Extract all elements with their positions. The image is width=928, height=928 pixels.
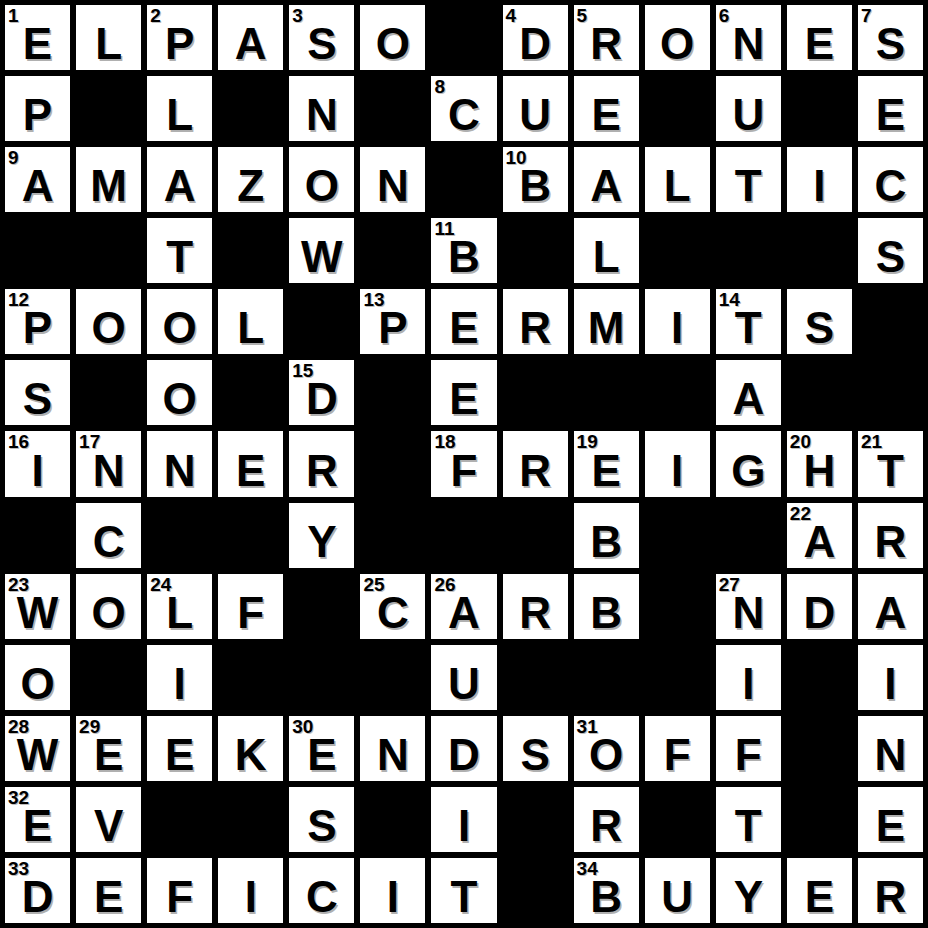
- cell-letter: V: [94, 804, 123, 852]
- cell-letter: B: [590, 875, 622, 923]
- crossword-cell-r7c4[interactable]: E: [215, 428, 286, 499]
- cell-letter: O: [20, 662, 54, 710]
- crossword-cell-r8c13[interactable]: R: [855, 500, 926, 571]
- crossword-cell-r8c2[interactable]: C: [73, 500, 144, 571]
- clue-number: 1: [8, 6, 19, 25]
- cell-letter: C: [448, 93, 480, 141]
- crossword-cell-r2c13[interactable]: E: [855, 73, 926, 144]
- block-cell-r6c13: [855, 357, 926, 428]
- cell-letter: N: [732, 22, 764, 70]
- cell-letter: F: [166, 875, 193, 923]
- block-cell-r13c8: [500, 855, 571, 926]
- cell-letter: P: [165, 22, 194, 70]
- cell-letter: N: [875, 733, 907, 781]
- crossword-cell-r1c11[interactable]: 6N: [713, 2, 784, 73]
- block-cell-r8c11: [713, 500, 784, 571]
- crossword-cell-r7c11[interactable]: G: [713, 428, 784, 499]
- cell-letter: T: [166, 235, 193, 283]
- crossword-cell-r12c13[interactable]: E: [855, 784, 926, 855]
- crossword-cell-r13c9[interactable]: 34B: [571, 855, 642, 926]
- cell-letter: T: [451, 875, 478, 923]
- cell-letter: I: [671, 449, 683, 497]
- cell-letter: O: [589, 733, 623, 781]
- crossword-cell-r5c6[interactable]: 13P: [357, 286, 428, 357]
- crossword-cell-r11c7[interactable]: D: [428, 713, 499, 784]
- block-cell-r10c6: [357, 642, 428, 713]
- cell-letter: F: [664, 733, 691, 781]
- clue-number: 33: [8, 859, 29, 878]
- cell-letter: O: [163, 377, 197, 425]
- cell-letter: A: [732, 377, 764, 425]
- cell-letter: T: [735, 804, 762, 852]
- cell-letter: U: [519, 93, 551, 141]
- clue-number: 26: [434, 575, 455, 594]
- cell-letter: N: [732, 591, 764, 639]
- block-cell-r12c3: [144, 784, 215, 855]
- crossword-cell-r7c7[interactable]: 18F: [428, 428, 499, 499]
- cell-letter: N: [164, 449, 196, 497]
- cell-letter: D: [448, 733, 480, 781]
- crossword-cell-r8c5[interactable]: Y: [286, 500, 357, 571]
- crossword-cell-r1c4[interactable]: A: [215, 2, 286, 73]
- block-cell-r12c10: [642, 784, 713, 855]
- cell-letter: H: [803, 449, 835, 497]
- crossword-cell-r2c3[interactable]: L: [144, 73, 215, 144]
- cell-letter: I: [245, 875, 257, 923]
- clue-number: 34: [577, 859, 598, 878]
- crossword-cell-r7c1[interactable]: 16I: [2, 428, 73, 499]
- cell-letter: B: [590, 591, 622, 639]
- cell-letter: E: [591, 449, 620, 497]
- block-cell-r10c4: [215, 642, 286, 713]
- crossword-cell-r11c5[interactable]: 30E: [286, 713, 357, 784]
- crossword-cell-r2c7[interactable]: 8C: [428, 73, 499, 144]
- cell-letter: S: [23, 377, 52, 425]
- crossword-cell-r13c10[interactable]: U: [642, 855, 713, 926]
- crossword-cell-r7c8[interactable]: R: [500, 428, 571, 499]
- block-cell-r2c6: [357, 73, 428, 144]
- cell-letter: E: [591, 93, 620, 141]
- crossword-cell-r13c12[interactable]: E: [784, 855, 855, 926]
- clue-number: 2: [150, 6, 161, 25]
- crossword-cell-r3c2[interactable]: M: [73, 144, 144, 215]
- cell-letter: A: [164, 164, 196, 212]
- block-cell-r8c8: [500, 500, 571, 571]
- crossword-cell-r1c8[interactable]: 4D: [500, 2, 571, 73]
- crossword-cell-r12c11[interactable]: T: [713, 784, 784, 855]
- cell-letter: A: [235, 22, 267, 70]
- cell-letter: N: [93, 449, 125, 497]
- crossword-cell-r7c5[interactable]: R: [286, 428, 357, 499]
- crossword-cell-r3c1[interactable]: 9A: [2, 144, 73, 215]
- crossword-cell-r5c9[interactable]: M: [571, 286, 642, 357]
- cell-letter: A: [22, 164, 54, 212]
- cell-letter: P: [23, 306, 52, 354]
- clue-number: 3: [292, 6, 303, 25]
- crossword-cell-r8c12[interactable]: 22A: [784, 500, 855, 571]
- block-cell-r10c8: [500, 642, 571, 713]
- cell-letter: A: [590, 164, 622, 212]
- cell-letter: E: [94, 733, 123, 781]
- block-cell-r10c10: [642, 642, 713, 713]
- crossword-cell-r11c11[interactable]: F: [713, 713, 784, 784]
- block-cell-r9c10: [642, 571, 713, 642]
- clue-number: 9: [8, 148, 19, 167]
- cell-letter: I: [671, 306, 683, 354]
- cell-letter: D: [22, 875, 54, 923]
- cell-letter: U: [732, 93, 764, 141]
- cell-letter: D: [306, 377, 338, 425]
- block-cell-r8c10: [642, 500, 713, 571]
- block-cell-r2c4: [215, 73, 286, 144]
- block-cell-r1c7: [428, 2, 499, 73]
- crossword-cell-r13c5[interactable]: C: [286, 855, 357, 926]
- cell-letter: I: [458, 804, 470, 852]
- crossword-cell-r12c2[interactable]: V: [73, 784, 144, 855]
- crossword-cell-r11c6[interactable]: N: [357, 713, 428, 784]
- crossword-cell-r1c3[interactable]: 2P: [144, 2, 215, 73]
- block-cell-r8c4: [215, 500, 286, 571]
- crossword-cell-r3c8[interactable]: 10B: [500, 144, 571, 215]
- cell-letter: E: [449, 306, 478, 354]
- crossword-cell-r1c2[interactable]: L: [73, 2, 144, 73]
- cell-letter: S: [520, 733, 549, 781]
- cell-letter: L: [95, 22, 122, 70]
- crossword-cell-r9c12[interactable]: D: [784, 571, 855, 642]
- crossword-cell-r12c9[interactable]: R: [571, 784, 642, 855]
- crossword-cell-r9c4[interactable]: F: [215, 571, 286, 642]
- crossword-cell-r11c1[interactable]: 28W: [2, 713, 73, 784]
- crossword-cell-r9c13[interactable]: A: [855, 571, 926, 642]
- crossword-cell-r3c13[interactable]: C: [855, 144, 926, 215]
- block-cell-r4c1: [2, 215, 73, 286]
- block-cell-r2c2: [73, 73, 144, 144]
- clue-number: 22: [790, 504, 811, 523]
- block-cell-r3c7: [428, 144, 499, 215]
- crossword-cell-r1c6[interactable]: O: [357, 2, 428, 73]
- block-cell-r10c5: [286, 642, 357, 713]
- cell-letter: C: [306, 875, 338, 923]
- block-cell-r6c4: [215, 357, 286, 428]
- block-cell-r4c4: [215, 215, 286, 286]
- cell-letter: E: [449, 377, 478, 425]
- block-cell-r2c12: [784, 73, 855, 144]
- cell-letter: O: [660, 22, 694, 70]
- cell-letter: M: [588, 306, 625, 354]
- cell-letter: I: [884, 662, 896, 710]
- crossword-cell-r3c10[interactable]: L: [642, 144, 713, 215]
- crossword-cell-r2c11[interactable]: U: [713, 73, 784, 144]
- crossword-cell-r11c3[interactable]: E: [144, 713, 215, 784]
- block-cell-r9c5: [286, 571, 357, 642]
- crossword-cell-r11c2[interactable]: 29E: [73, 713, 144, 784]
- cell-letter: B: [448, 235, 480, 283]
- block-cell-r4c2: [73, 215, 144, 286]
- crossword-cell-r10c11[interactable]: I: [713, 642, 784, 713]
- crossword-cell-r13c6[interactable]: I: [357, 855, 428, 926]
- crossword-cell-r1c12[interactable]: E: [784, 2, 855, 73]
- cell-letter: L: [166, 591, 193, 639]
- cell-letter: N: [377, 733, 409, 781]
- block-cell-r4c12: [784, 215, 855, 286]
- cell-letter: W: [17, 733, 59, 781]
- crossword-cell-r13c2[interactable]: E: [73, 855, 144, 926]
- cell-letter: E: [307, 733, 336, 781]
- crossword-cell-r6c11[interactable]: A: [713, 357, 784, 428]
- clue-number: 23: [8, 575, 29, 594]
- crossword-cell-r4c3[interactable]: T: [144, 215, 215, 286]
- clue-number: 13: [363, 290, 384, 309]
- block-cell-r8c7: [428, 500, 499, 571]
- crossword-cell-r11c4[interactable]: K: [215, 713, 286, 784]
- crossword-cell-r4c5[interactable]: W: [286, 215, 357, 286]
- clue-number: 15: [292, 361, 313, 380]
- cell-letter: O: [91, 306, 125, 354]
- crossword-cell-r6c7[interactable]: E: [428, 357, 499, 428]
- crossword-cell-r10c3[interactable]: I: [144, 642, 215, 713]
- crossword-cell-r13c1[interactable]: 33D: [2, 855, 73, 926]
- cell-letter: I: [813, 164, 825, 212]
- cell-letter: A: [803, 520, 835, 568]
- cell-letter: N: [306, 93, 338, 141]
- crossword-cell-r5c10[interactable]: I: [642, 286, 713, 357]
- clue-number: 18: [434, 432, 455, 451]
- crossword-cell-r3c4[interactable]: Z: [215, 144, 286, 215]
- clue-number: 28: [8, 717, 29, 736]
- crossword-cell-r3c12[interactable]: I: [784, 144, 855, 215]
- cell-letter: B: [519, 164, 551, 212]
- cell-letter: I: [174, 662, 186, 710]
- block-cell-r10c2: [73, 642, 144, 713]
- crossword-cell-r2c1[interactable]: P: [2, 73, 73, 144]
- crossword-cell-r5c8[interactable]: R: [500, 286, 571, 357]
- crossword-cell-r5c3[interactable]: O: [144, 286, 215, 357]
- cell-letter: R: [519, 591, 551, 639]
- block-cell-r6c10: [642, 357, 713, 428]
- cell-letter: R: [875, 875, 907, 923]
- block-cell-r6c9: [571, 357, 642, 428]
- cell-letter: S: [876, 235, 905, 283]
- crossword-cell-r4c9[interactable]: L: [571, 215, 642, 286]
- clue-number: 6: [719, 6, 730, 25]
- crossword-cell-r13c4[interactable]: I: [215, 855, 286, 926]
- crossword-cell-r9c9[interactable]: B: [571, 571, 642, 642]
- block-cell-r6c12: [784, 357, 855, 428]
- cell-letter: R: [875, 520, 907, 568]
- crossword-cell-r7c12[interactable]: 20H: [784, 428, 855, 499]
- block-cell-r10c9: [571, 642, 642, 713]
- cell-letter: F: [735, 733, 762, 781]
- crossword-cell-r3c5[interactable]: O: [286, 144, 357, 215]
- crossword-cell-r4c13[interactable]: S: [855, 215, 926, 286]
- cell-letter: I: [31, 449, 43, 497]
- cell-letter: T: [877, 449, 904, 497]
- crossword-cell-r5c12[interactable]: S: [784, 286, 855, 357]
- crossword-cell-r12c1[interactable]: 32E: [2, 784, 73, 855]
- crossword-cell-r5c11[interactable]: 14T: [713, 286, 784, 357]
- crossword-cell-r2c8[interactable]: U: [500, 73, 571, 144]
- block-cell-r4c10: [642, 215, 713, 286]
- block-cell-r12c8: [500, 784, 571, 855]
- crossword-cell-r12c7[interactable]: I: [428, 784, 499, 855]
- cell-letter: L: [664, 164, 691, 212]
- block-cell-r5c5: [286, 286, 357, 357]
- crossword-cell-r11c9[interactable]: 31O: [571, 713, 642, 784]
- crossword-cell-r8c9[interactable]: B: [571, 500, 642, 571]
- crossword-cell-r9c3[interactable]: 24L: [144, 571, 215, 642]
- crossword-cell-r13c3[interactable]: F: [144, 855, 215, 926]
- cell-letter: O: [163, 306, 197, 354]
- cell-letter: E: [876, 93, 905, 141]
- cell-letter: A: [875, 591, 907, 639]
- block-cell-r6c8: [500, 357, 571, 428]
- clue-number: 17: [79, 432, 100, 451]
- cell-letter: W: [301, 235, 343, 283]
- cell-letter: B: [590, 520, 622, 568]
- clue-number: 31: [577, 717, 598, 736]
- cell-letter: F: [451, 449, 478, 497]
- crossword-cell-r2c9[interactable]: E: [571, 73, 642, 144]
- cell-letter: M: [90, 164, 127, 212]
- cell-letter: E: [805, 22, 834, 70]
- crossword-cell-r3c6[interactable]: N: [357, 144, 428, 215]
- cell-letter: E: [94, 875, 123, 923]
- crossword-cell-r6c3[interactable]: O: [144, 357, 215, 428]
- cell-letter: S: [307, 804, 336, 852]
- crossword-cell-r9c11[interactable]: 27N: [713, 571, 784, 642]
- crossword-cell-r3c9[interactable]: A: [571, 144, 642, 215]
- block-cell-r11c12: [784, 713, 855, 784]
- crossword-cell-r3c3[interactable]: A: [144, 144, 215, 215]
- crossword-cell-r9c8[interactable]: R: [500, 571, 571, 642]
- cell-letter: D: [803, 591, 835, 639]
- crossword-cell-r13c11[interactable]: Y: [713, 855, 784, 926]
- block-cell-r2c10: [642, 73, 713, 144]
- cell-letter: A: [448, 591, 480, 639]
- crossword-cell-r9c7[interactable]: 26A: [428, 571, 499, 642]
- cell-letter: E: [805, 875, 834, 923]
- crossword-cell-r1c10[interactable]: O: [642, 2, 713, 73]
- crossword-cell-r1c1[interactable]: 1E: [2, 2, 73, 73]
- cell-letter: D: [519, 22, 551, 70]
- crossword-cell-r11c8[interactable]: S: [500, 713, 571, 784]
- block-cell-r8c3: [144, 500, 215, 571]
- cell-letter: P: [23, 93, 52, 141]
- block-cell-r6c2: [73, 357, 144, 428]
- cell-letter: U: [661, 875, 693, 923]
- clue-number: 4: [506, 6, 517, 25]
- cell-letter: C: [93, 520, 125, 568]
- cell-letter: K: [235, 733, 267, 781]
- crossword-cell-r7c9[interactable]: 19E: [571, 428, 642, 499]
- cell-letter: O: [91, 591, 125, 639]
- block-cell-r12c6: [357, 784, 428, 855]
- crossword-cell-r13c7[interactable]: T: [428, 855, 499, 926]
- crossword-cell-r5c2[interactable]: O: [73, 286, 144, 357]
- cell-letter: G: [731, 449, 765, 497]
- clue-number: 30: [292, 717, 313, 736]
- crossword-cell-r10c13[interactable]: I: [855, 642, 926, 713]
- crossword-cell-r6c5[interactable]: 15D: [286, 357, 357, 428]
- cell-letter: C: [875, 164, 907, 212]
- block-cell-r7c6: [357, 428, 428, 499]
- crossword-cell-r9c2[interactable]: O: [73, 571, 144, 642]
- crossword-cell-r11c10[interactable]: F: [642, 713, 713, 784]
- cell-letter: E: [23, 22, 52, 70]
- crossword-cell-r12c5[interactable]: S: [286, 784, 357, 855]
- crossword-cell-r4c7[interactable]: 11B: [428, 215, 499, 286]
- clue-number: 12: [8, 290, 29, 309]
- cell-letter: E: [876, 804, 905, 852]
- cell-letter: L: [166, 93, 193, 141]
- crossword-cell-r10c1[interactable]: O: [2, 642, 73, 713]
- crossword-cell-r3c11[interactable]: T: [713, 144, 784, 215]
- crossword-board: 1EL2PA3SO4D5RO6NE7SPLN8CUEUE9AMAZON10BAL…: [0, 0, 928, 928]
- crossword-cell-r2c5[interactable]: N: [286, 73, 357, 144]
- clue-number: 25: [363, 575, 384, 594]
- cell-letter: O: [376, 22, 410, 70]
- cell-letter: U: [448, 662, 480, 710]
- cell-letter: C: [377, 591, 409, 639]
- clue-number: 8: [434, 77, 445, 96]
- cell-letter: L: [593, 235, 620, 283]
- block-cell-r12c12: [784, 784, 855, 855]
- clue-number: 24: [150, 575, 171, 594]
- cell-letter: R: [519, 306, 551, 354]
- cell-letter: Y: [307, 520, 336, 568]
- clue-number: 14: [719, 290, 740, 309]
- cell-letter: T: [735, 164, 762, 212]
- crossword-cell-r5c1[interactable]: 12P: [2, 286, 73, 357]
- cell-letter: E: [165, 733, 194, 781]
- block-cell-r4c6: [357, 215, 428, 286]
- cell-letter: R: [590, 804, 622, 852]
- crossword-cell-r1c9[interactable]: 5R: [571, 2, 642, 73]
- cell-letter: R: [306, 449, 338, 497]
- crossword-cell-r10c7[interactable]: U: [428, 642, 499, 713]
- crossword-cell-r9c1[interactable]: 23W: [2, 571, 73, 642]
- crossword-cell-r7c10[interactable]: I: [642, 428, 713, 499]
- cell-letter: T: [735, 306, 762, 354]
- crossword-cell-r9c6[interactable]: 25C: [357, 571, 428, 642]
- cell-letter: I: [742, 662, 754, 710]
- block-cell-r4c8: [500, 215, 571, 286]
- crossword-cell-r13c13[interactable]: R: [855, 855, 926, 926]
- crossword-cell-r5c4[interactable]: L: [215, 286, 286, 357]
- block-cell-r12c4: [215, 784, 286, 855]
- crossword-cell-r5c7[interactable]: E: [428, 286, 499, 357]
- clue-number: 7: [861, 6, 872, 25]
- block-cell-r8c1: [2, 500, 73, 571]
- cell-letter: N: [377, 164, 409, 212]
- crossword-cell-r6c1[interactable]: S: [2, 357, 73, 428]
- cell-letter: E: [236, 449, 265, 497]
- cell-letter: Z: [237, 164, 264, 212]
- crossword-cell-r1c13[interactable]: 7S: [855, 2, 926, 73]
- cell-letter: Y: [734, 875, 763, 923]
- cell-letter: R: [519, 449, 551, 497]
- crossword-cell-r11c13[interactable]: N: [855, 713, 926, 784]
- clue-number: 19: [577, 432, 598, 451]
- clue-number: 5: [577, 6, 588, 25]
- crossword-cell-r7c3[interactable]: N: [144, 428, 215, 499]
- clue-number: 10: [506, 148, 527, 167]
- crossword-cell-r1c5[interactable]: 3S: [286, 2, 357, 73]
- clue-number: 20: [790, 432, 811, 451]
- crossword-cell-r7c13[interactable]: 21T: [855, 428, 926, 499]
- cell-letter: I: [387, 875, 399, 923]
- crossword-cell-r7c2[interactable]: 17N: [73, 428, 144, 499]
